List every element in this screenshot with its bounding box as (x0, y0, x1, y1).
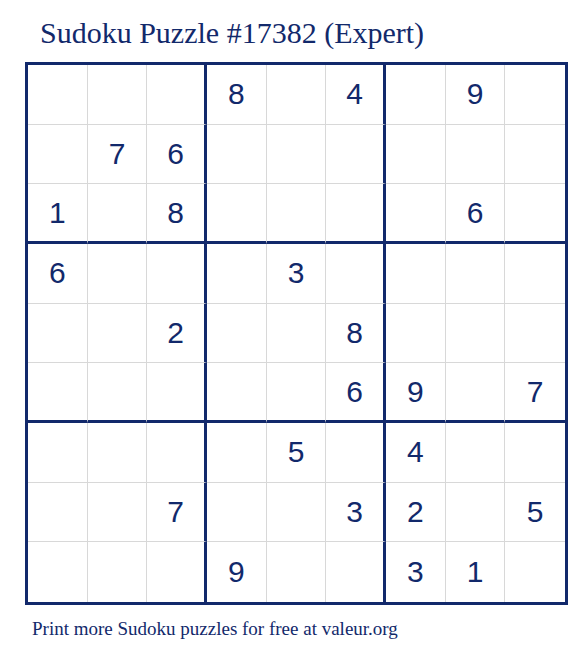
cell-r9c6 (326, 542, 386, 602)
cell-r6c7: 9 (386, 363, 446, 423)
cell-r3c2 (88, 184, 148, 244)
cell-r6c1 (28, 363, 88, 423)
cell-r1c7 (386, 65, 446, 125)
cell-r1c2 (88, 65, 148, 125)
cell-r4c3 (147, 244, 207, 304)
cell-r5c3: 2 (147, 304, 207, 364)
cell-r8c7: 2 (386, 483, 446, 543)
cell-r9c1 (28, 542, 88, 602)
cell-r5c5 (267, 304, 327, 364)
page-title: Sudoku Puzzle #17382 (Expert) (40, 16, 424, 50)
cell-r7c5: 5 (267, 423, 327, 483)
cell-r9c4: 9 (207, 542, 267, 602)
footer-text: Print more Sudoku puzzles for free at va… (32, 618, 398, 640)
cell-r7c1 (28, 423, 88, 483)
cell-r9c3 (147, 542, 207, 602)
cell-r6c4 (207, 363, 267, 423)
cell-r3c9 (505, 184, 565, 244)
cell-r5c1 (28, 304, 88, 364)
cell-r9c5 (267, 542, 327, 602)
cell-r2c7 (386, 125, 446, 185)
cell-r4c8 (446, 244, 506, 304)
cell-r5c7 (386, 304, 446, 364)
cell-r9c2 (88, 542, 148, 602)
cell-r1c4: 8 (207, 65, 267, 125)
cell-r4c1: 6 (28, 244, 88, 304)
cell-r7c9 (505, 423, 565, 483)
cell-r4c2 (88, 244, 148, 304)
cell-r3c8: 6 (446, 184, 506, 244)
cell-r2c5 (267, 125, 327, 185)
cell-r7c3 (147, 423, 207, 483)
cell-r7c4 (207, 423, 267, 483)
cell-r3c7 (386, 184, 446, 244)
cell-r3c4 (207, 184, 267, 244)
cell-r5c4 (207, 304, 267, 364)
cell-r5c2 (88, 304, 148, 364)
cell-r3c5 (267, 184, 327, 244)
cell-r2c6 (326, 125, 386, 185)
cell-r2c9 (505, 125, 565, 185)
cell-r6c5 (267, 363, 327, 423)
cell-r2c2: 7 (88, 125, 148, 185)
cell-r1c8: 9 (446, 65, 506, 125)
cell-r7c2 (88, 423, 148, 483)
cell-r8c3: 7 (147, 483, 207, 543)
cell-r5c8 (446, 304, 506, 364)
cell-r2c3: 6 (147, 125, 207, 185)
sudoku-board: 849761866328697547325931 (25, 62, 568, 605)
cell-r7c7: 4 (386, 423, 446, 483)
cell-r8c1 (28, 483, 88, 543)
cell-r8c5 (267, 483, 327, 543)
cell-r9c8: 1 (446, 542, 506, 602)
cell-r9c7: 3 (386, 542, 446, 602)
cell-r7c6 (326, 423, 386, 483)
cell-r8c2 (88, 483, 148, 543)
cell-r4c9 (505, 244, 565, 304)
cell-r8c6: 3 (326, 483, 386, 543)
cell-r3c6 (326, 184, 386, 244)
cell-r6c2 (88, 363, 148, 423)
cell-r6c8 (446, 363, 506, 423)
cell-r6c6: 6 (326, 363, 386, 423)
cell-r5c6: 8 (326, 304, 386, 364)
cell-r5c9 (505, 304, 565, 364)
cell-r1c1 (28, 65, 88, 125)
cell-r4c7 (386, 244, 446, 304)
cell-r8c9: 5 (505, 483, 565, 543)
cell-r9c9 (505, 542, 565, 602)
cell-r8c8 (446, 483, 506, 543)
cell-r2c8 (446, 125, 506, 185)
cell-r7c8 (446, 423, 506, 483)
cell-r4c6 (326, 244, 386, 304)
cell-r8c4 (207, 483, 267, 543)
cell-r3c1: 1 (28, 184, 88, 244)
cell-r1c5 (267, 65, 327, 125)
cell-r3c3: 8 (147, 184, 207, 244)
cell-r2c4 (207, 125, 267, 185)
cell-r6c3 (147, 363, 207, 423)
cell-r1c6: 4 (326, 65, 386, 125)
cell-r4c4 (207, 244, 267, 304)
cell-r6c9: 7 (505, 363, 565, 423)
cell-r2c1 (28, 125, 88, 185)
cell-r1c9 (505, 65, 565, 125)
cell-r4c5: 3 (267, 244, 327, 304)
cell-r1c3 (147, 65, 207, 125)
